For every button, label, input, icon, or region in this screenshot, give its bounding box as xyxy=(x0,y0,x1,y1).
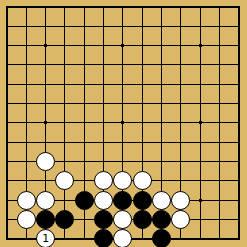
intersection-c4[interactable] xyxy=(36,171,55,190)
intersection-e11[interactable] xyxy=(75,36,94,55)
intersection-d8[interactable] xyxy=(55,94,74,113)
intersection-m10[interactable] xyxy=(210,55,229,74)
intersection-d3[interactable] xyxy=(55,191,74,210)
intersection-b5[interactable] xyxy=(17,152,36,171)
grid-line-vertical xyxy=(26,133,27,152)
grid-line-vertical xyxy=(238,229,239,239)
intersection-n12[interactable] xyxy=(229,17,247,36)
grid-line-vertical xyxy=(122,94,123,113)
grid-line-vertical xyxy=(238,36,239,55)
intersection-m6[interactable] xyxy=(210,133,229,152)
grid-line-vertical xyxy=(219,75,220,94)
intersection-f2[interactable] xyxy=(94,210,113,229)
grid-line-horizontal xyxy=(7,180,17,181)
grid-line-vertical xyxy=(238,94,239,113)
intersection-f10[interactable] xyxy=(94,55,113,74)
grid-line-vertical xyxy=(45,7,46,17)
grid-line-vertical xyxy=(45,55,46,74)
intersection-b11[interactable] xyxy=(17,36,36,55)
intersection-b2[interactable] xyxy=(17,210,36,229)
intersection-f7[interactable] xyxy=(94,113,113,132)
intersection-k9[interactable] xyxy=(171,75,190,94)
intersection-h12[interactable] xyxy=(133,17,152,36)
grid-line-vertical xyxy=(142,113,143,132)
grid-line-vertical xyxy=(7,55,8,74)
intersection-k8[interactable] xyxy=(171,94,190,113)
intersection-h6[interactable] xyxy=(133,133,152,152)
intersection-g11[interactable] xyxy=(113,36,132,55)
grid-line-vertical xyxy=(64,133,65,152)
intersection-e8[interactable] xyxy=(75,94,94,113)
intersection-f6[interactable] xyxy=(94,133,113,152)
intersection-g2[interactable] xyxy=(113,210,132,229)
grid-line-vertical xyxy=(64,7,65,17)
intersection-g9[interactable] xyxy=(113,75,132,94)
intersection-k7[interactable] xyxy=(171,113,190,132)
intersection-n8[interactable] xyxy=(229,94,247,113)
intersection-h10[interactable] xyxy=(133,55,152,74)
intersection-l13[interactable] xyxy=(191,0,210,17)
intersection-g6[interactable] xyxy=(113,133,132,152)
intersection-l11[interactable] xyxy=(191,36,210,55)
intersection-h9[interactable] xyxy=(133,75,152,94)
intersection-l6[interactable] xyxy=(191,133,210,152)
intersection-m11[interactable] xyxy=(210,36,229,55)
intersection-b8[interactable] xyxy=(17,94,36,113)
white-stone xyxy=(171,191,190,210)
intersection-m2[interactable] xyxy=(210,210,229,229)
grid-line-vertical xyxy=(26,55,27,74)
intersection-m5[interactable] xyxy=(210,152,229,171)
intersection-b12[interactable] xyxy=(17,17,36,36)
grid-line-horizontal xyxy=(7,7,17,8)
grid-line-vertical xyxy=(219,152,220,171)
grid-line-vertical xyxy=(238,210,239,229)
star-point xyxy=(121,121,124,124)
grid-line-vertical xyxy=(238,75,239,94)
intersection-g4[interactable] xyxy=(113,171,132,190)
intersection-f13[interactable] xyxy=(94,0,113,17)
intersection-j2[interactable] xyxy=(152,210,171,229)
intersection-c10[interactable] xyxy=(36,55,55,74)
star-point xyxy=(199,199,202,202)
grid-line-vertical xyxy=(142,152,143,171)
intersection-e10[interactable] xyxy=(75,55,94,74)
star-point xyxy=(199,121,202,124)
intersection-k5[interactable] xyxy=(171,152,190,171)
intersection-n6[interactable] xyxy=(229,133,247,152)
grid-line-vertical xyxy=(84,133,85,152)
intersection-e1[interactable] xyxy=(75,229,94,247)
intersection-m7[interactable] xyxy=(210,113,229,132)
intersection-n4[interactable] xyxy=(229,171,247,190)
intersection-a10[interactable] xyxy=(0,55,17,74)
intersection-c7[interactable] xyxy=(36,113,55,132)
white-stone xyxy=(152,191,171,210)
grid-line-vertical xyxy=(7,36,8,55)
grid-line-vertical xyxy=(142,17,143,36)
grid-line-vertical xyxy=(26,113,27,132)
white-stone xyxy=(17,210,36,229)
intersection-n7[interactable] xyxy=(229,113,247,132)
grid-line-vertical xyxy=(84,152,85,171)
grid-line-vertical xyxy=(142,7,143,17)
grid-line-vertical xyxy=(161,152,162,171)
go-board: 1 xyxy=(0,0,247,247)
black-stone xyxy=(94,229,113,247)
grid-line-vertical xyxy=(84,94,85,113)
intersection-f4[interactable] xyxy=(94,171,113,190)
intersection-h13[interactable] xyxy=(133,0,152,17)
grid-line-vertical xyxy=(26,94,27,113)
intersection-a6[interactable] xyxy=(0,133,17,152)
grid-line-vertical xyxy=(103,133,104,152)
intersection-l8[interactable] xyxy=(191,94,210,113)
grid-line-vertical xyxy=(219,7,220,17)
intersection-l2[interactable] xyxy=(191,210,210,229)
intersection-k2[interactable] xyxy=(171,210,190,229)
grid-line-vertical xyxy=(180,36,181,55)
grid-line-vertical xyxy=(84,229,85,239)
intersection-l7[interactable] xyxy=(191,113,210,132)
grid-line-vertical xyxy=(26,17,27,36)
intersection-a2[interactable] xyxy=(0,210,17,229)
grid-line-vertical xyxy=(64,113,65,132)
grid-line-vertical xyxy=(7,7,8,17)
intersection-n9[interactable] xyxy=(229,75,247,94)
intersection-n3[interactable] xyxy=(229,191,247,210)
intersection-j13[interactable] xyxy=(152,0,171,17)
intersection-h1[interactable] xyxy=(133,229,152,247)
grid-line-vertical xyxy=(26,171,27,190)
grid-line-vertical xyxy=(142,36,143,55)
grid-line-vertical xyxy=(161,17,162,36)
intersection-f12[interactable] xyxy=(94,17,113,36)
intersection-a4[interactable] xyxy=(0,171,17,190)
white-stone xyxy=(113,210,132,229)
intersection-k3[interactable] xyxy=(171,191,190,210)
grid-line-vertical xyxy=(219,171,220,190)
grid-line-vertical xyxy=(238,7,239,17)
grid-line-vertical xyxy=(7,210,8,229)
grid-line-vertical xyxy=(238,17,239,36)
grid-line-vertical xyxy=(103,7,104,17)
intersection-b1[interactable] xyxy=(17,229,36,247)
grid-line-horizontal xyxy=(7,200,17,201)
black-stone xyxy=(75,191,94,210)
intersection-j9[interactable] xyxy=(152,75,171,94)
grid-line-vertical xyxy=(7,152,8,171)
grid-line-vertical xyxy=(200,55,201,74)
intersection-m4[interactable] xyxy=(210,171,229,190)
intersection-c9[interactable] xyxy=(36,75,55,94)
grid-line-vertical xyxy=(200,152,201,171)
intersection-j10[interactable] xyxy=(152,55,171,74)
intersection-a5[interactable] xyxy=(0,152,17,171)
grid-line-vertical xyxy=(84,17,85,36)
intersection-h7[interactable] xyxy=(133,113,152,132)
grid-line-vertical xyxy=(200,133,201,152)
intersection-j4[interactable] xyxy=(152,171,171,190)
intersection-f5[interactable] xyxy=(94,152,113,171)
black-stone xyxy=(152,210,171,229)
intersection-d12[interactable] xyxy=(55,17,74,36)
grid-line-horizontal xyxy=(7,84,17,85)
grid-line-vertical xyxy=(84,7,85,17)
grid-line-vertical xyxy=(200,94,201,113)
intersection-j8[interactable] xyxy=(152,94,171,113)
intersection-j7[interactable] xyxy=(152,113,171,132)
intersection-b7[interactable] xyxy=(17,113,36,132)
intersection-m9[interactable] xyxy=(210,75,229,94)
grid-line-vertical xyxy=(180,17,181,36)
intersection-f1[interactable] xyxy=(94,229,113,247)
intersection-b10[interactable] xyxy=(17,55,36,74)
intersection-g8[interactable] xyxy=(113,94,132,113)
intersection-l10[interactable] xyxy=(191,55,210,74)
intersection-f3[interactable] xyxy=(94,191,113,210)
black-stone xyxy=(133,210,152,229)
intersection-c5[interactable] xyxy=(36,152,55,171)
grid-line-vertical xyxy=(219,191,220,210)
grid-line-vertical xyxy=(180,171,181,190)
grid-line-vertical xyxy=(142,75,143,94)
grid-line-vertical xyxy=(45,133,46,152)
intersection-a9[interactable] xyxy=(0,75,17,94)
grid-line-horizontal xyxy=(7,238,17,239)
grid-line-vertical xyxy=(180,7,181,17)
grid-line-vertical xyxy=(142,55,143,74)
grid-line-vertical xyxy=(122,75,123,94)
grid-line-horizontal xyxy=(7,142,17,143)
intersection-g3[interactable] xyxy=(113,191,132,210)
intersection-a13[interactable] xyxy=(0,0,17,17)
intersection-f8[interactable] xyxy=(94,94,113,113)
grid-line-vertical xyxy=(180,55,181,74)
grid-line-vertical xyxy=(238,113,239,132)
grid-line-vertical xyxy=(180,229,181,239)
intersection-e12[interactable] xyxy=(75,17,94,36)
intersection-g12[interactable] xyxy=(113,17,132,36)
intersection-n1[interactable] xyxy=(229,229,247,247)
intersection-e4[interactable] xyxy=(75,171,94,190)
intersection-h5[interactable] xyxy=(133,152,152,171)
intersection-d6[interactable] xyxy=(55,133,74,152)
intersection-b6[interactable] xyxy=(17,133,36,152)
intersection-l9[interactable] xyxy=(191,75,210,94)
intersection-a12[interactable] xyxy=(0,17,17,36)
intersection-e2[interactable] xyxy=(75,210,94,229)
intersection-f11[interactable] xyxy=(94,36,113,55)
intersection-n10[interactable] xyxy=(229,55,247,74)
intersection-j6[interactable] xyxy=(152,133,171,152)
black-stone xyxy=(133,191,152,210)
intersection-c2[interactable] xyxy=(36,210,55,229)
intersection-l4[interactable] xyxy=(191,171,210,190)
grid-line-vertical xyxy=(7,113,8,132)
grid-line-vertical xyxy=(64,191,65,210)
grid-line-vertical xyxy=(180,152,181,171)
grid-line-vertical xyxy=(180,75,181,94)
intersection-m3[interactable] xyxy=(210,191,229,210)
intersection-e9[interactable] xyxy=(75,75,94,94)
grid-line-vertical xyxy=(142,133,143,152)
intersection-k13[interactable] xyxy=(171,0,190,17)
black-stone xyxy=(113,191,132,210)
white-stone xyxy=(113,171,132,190)
intersection-d13[interactable] xyxy=(55,0,74,17)
intersection-m12[interactable] xyxy=(210,17,229,36)
intersection-g13[interactable] xyxy=(113,0,132,17)
intersection-d7[interactable] xyxy=(55,113,74,132)
grid-line-vertical xyxy=(103,113,104,132)
intersection-k11[interactable] xyxy=(171,36,190,55)
intersection-j3[interactable] xyxy=(152,191,171,210)
white-stone: 1 xyxy=(36,229,55,247)
grid-line-vertical xyxy=(26,36,27,55)
grid-line-vertical xyxy=(161,7,162,17)
intersection-e7[interactable] xyxy=(75,113,94,132)
intersection-k6[interactable] xyxy=(171,133,190,152)
intersection-g10[interactable] xyxy=(113,55,132,74)
intersection-c3[interactable] xyxy=(36,191,55,210)
intersection-d10[interactable] xyxy=(55,55,74,74)
intersection-l5[interactable] xyxy=(191,152,210,171)
intersection-e5[interactable] xyxy=(75,152,94,171)
grid-line-vertical xyxy=(103,55,104,74)
intersection-j5[interactable] xyxy=(152,152,171,171)
intersection-d9[interactable] xyxy=(55,75,74,94)
intersection-e3[interactable] xyxy=(75,191,94,210)
intersection-m1[interactable] xyxy=(210,229,229,247)
white-stone xyxy=(113,229,132,247)
intersection-j11[interactable] xyxy=(152,36,171,55)
intersection-j1[interactable] xyxy=(152,229,171,247)
grid-line-vertical xyxy=(64,36,65,55)
intersection-c13[interactable] xyxy=(36,0,55,17)
intersection-b13[interactable] xyxy=(17,0,36,17)
intersection-g7[interactable] xyxy=(113,113,132,132)
grid-line-vertical xyxy=(64,94,65,113)
intersection-a7[interactable] xyxy=(0,113,17,132)
intersection-n11[interactable] xyxy=(229,36,247,55)
grid-line-vertical xyxy=(161,113,162,132)
grid-line-vertical xyxy=(219,17,220,36)
grid-line-horizontal xyxy=(7,45,17,46)
intersection-k1[interactable] xyxy=(171,229,190,247)
intersection-d11[interactable] xyxy=(55,36,74,55)
intersection-l12[interactable] xyxy=(191,17,210,36)
intersection-a1[interactable] xyxy=(0,229,17,247)
grid-line-vertical xyxy=(45,94,46,113)
intersection-m13[interactable] xyxy=(210,0,229,17)
grid-line-vertical xyxy=(103,36,104,55)
intersection-l3[interactable] xyxy=(191,191,210,210)
intersection-a11[interactable] xyxy=(0,36,17,55)
intersection-h8[interactable] xyxy=(133,94,152,113)
intersection-g1[interactable] xyxy=(113,229,132,247)
intersection-m8[interactable] xyxy=(210,94,229,113)
intersection-h4[interactable] xyxy=(133,171,152,190)
grid-line-vertical xyxy=(7,75,8,94)
star-point xyxy=(44,44,47,47)
grid-line-vertical xyxy=(7,17,8,36)
grid-line-vertical xyxy=(180,133,181,152)
grid-line-vertical xyxy=(161,171,162,190)
grid-line-vertical xyxy=(200,75,201,94)
intersection-f9[interactable] xyxy=(94,75,113,94)
intersection-c1[interactable]: 1 xyxy=(36,229,55,247)
grid-line-vertical xyxy=(84,171,85,190)
grid-line-horizontal xyxy=(7,161,17,162)
grid-line-vertical xyxy=(219,133,220,152)
intersection-a8[interactable] xyxy=(0,94,17,113)
intersection-l1[interactable] xyxy=(191,229,210,247)
intersection-n13[interactable] xyxy=(229,0,247,17)
grid-line-vertical xyxy=(64,75,65,94)
intersection-c11[interactable] xyxy=(36,36,55,55)
grid-line-vertical xyxy=(238,191,239,210)
grid-line-vertical xyxy=(238,133,239,152)
grid-line-vertical xyxy=(84,36,85,55)
grid-line-vertical xyxy=(103,17,104,36)
intersection-j12[interactable] xyxy=(152,17,171,36)
intersection-g5[interactable] xyxy=(113,152,132,171)
grid-line-vertical xyxy=(7,229,8,239)
black-stone xyxy=(152,229,171,247)
intersection-b9[interactable] xyxy=(17,75,36,94)
grid-line-horizontal xyxy=(7,122,17,123)
grid-line-horizontal xyxy=(7,26,17,27)
intersection-c8[interactable] xyxy=(36,94,55,113)
grid-line-vertical xyxy=(103,94,104,113)
intersection-h2[interactable] xyxy=(133,210,152,229)
intersection-e6[interactable] xyxy=(75,133,94,152)
intersection-n5[interactable] xyxy=(229,152,247,171)
intersection-n2[interactable] xyxy=(229,210,247,229)
grid-line-vertical xyxy=(142,94,143,113)
grid-line-vertical xyxy=(180,94,181,113)
grid-line-vertical xyxy=(84,210,85,229)
intersection-d2[interactable] xyxy=(55,210,74,229)
intersection-c12[interactable] xyxy=(36,17,55,36)
intersection-b4[interactable] xyxy=(17,171,36,190)
grid-line-vertical xyxy=(200,171,201,190)
grid-line-vertical xyxy=(45,171,46,190)
intersection-a3[interactable] xyxy=(0,191,17,210)
intersection-c6[interactable] xyxy=(36,133,55,152)
intersection-d4[interactable] xyxy=(55,171,74,190)
intersection-k4[interactable] xyxy=(171,171,190,190)
grid-line-vertical xyxy=(238,55,239,74)
intersection-b3[interactable] xyxy=(17,191,36,210)
intersection-h3[interactable] xyxy=(133,191,152,210)
grid-line-vertical xyxy=(142,229,143,239)
intersection-e13[interactable] xyxy=(75,0,94,17)
grid-line-vertical xyxy=(219,55,220,74)
intersection-k12[interactable] xyxy=(171,17,190,36)
intersection-k10[interactable] xyxy=(171,55,190,74)
grid-line-vertical xyxy=(26,152,27,171)
grid-line-vertical xyxy=(26,229,27,239)
grid-line-vertical xyxy=(200,210,201,229)
intersection-d1[interactable] xyxy=(55,229,74,247)
intersection-h11[interactable] xyxy=(133,36,152,55)
grid-line-vertical xyxy=(7,171,8,190)
grid-line-vertical xyxy=(219,229,220,239)
grid-line-vertical xyxy=(7,94,8,113)
intersection-d5[interactable] xyxy=(55,152,74,171)
